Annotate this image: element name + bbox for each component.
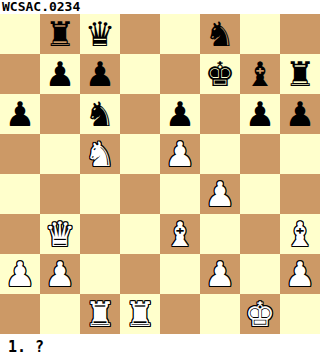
move-prompt: 1. ? — [0, 334, 320, 360]
black-pawn[interactable]: ♟ — [0, 94, 40, 134]
square-h2[interactable]: ♟ — [280, 254, 320, 294]
square-h7[interactable]: ♜ — [280, 54, 320, 94]
square-b5[interactable] — [40, 134, 80, 174]
square-a8[interactable] — [0, 14, 40, 54]
square-c7[interactable]: ♟ — [80, 54, 120, 94]
square-a5[interactable] — [0, 134, 40, 174]
square-f2[interactable]: ♟ — [200, 254, 240, 294]
square-h1[interactable] — [280, 294, 320, 334]
page-title: WCSAC.0234 — [0, 0, 320, 14]
square-g6[interactable]: ♟ — [240, 94, 280, 134]
square-d6[interactable] — [120, 94, 160, 134]
black-rook[interactable]: ♜ — [280, 54, 320, 94]
square-e3[interactable]: ♝ — [160, 214, 200, 254]
square-b7[interactable]: ♟ — [40, 54, 80, 94]
black-queen[interactable]: ♛ — [80, 14, 120, 54]
square-a1[interactable] — [0, 294, 40, 334]
white-knight[interactable]: ♞ — [80, 134, 120, 174]
square-b4[interactable] — [40, 174, 80, 214]
white-pawn[interactable]: ♟ — [200, 254, 240, 294]
square-d3[interactable] — [120, 214, 160, 254]
square-a4[interactable] — [0, 174, 40, 214]
square-f4[interactable]: ♟ — [200, 174, 240, 214]
white-bishop[interactable]: ♝ — [160, 214, 200, 254]
square-h8[interactable] — [280, 14, 320, 54]
square-c4[interactable] — [80, 174, 120, 214]
square-d2[interactable] — [120, 254, 160, 294]
white-king[interactable]: ♚ — [240, 294, 280, 334]
square-c5[interactable]: ♞ — [80, 134, 120, 174]
black-king[interactable]: ♚ — [200, 54, 240, 94]
square-b2[interactable]: ♟ — [40, 254, 80, 294]
white-pawn[interactable]: ♟ — [0, 254, 40, 294]
square-a3[interactable] — [0, 214, 40, 254]
square-d4[interactable] — [120, 174, 160, 214]
square-e7[interactable] — [160, 54, 200, 94]
white-rook[interactable]: ♜ — [120, 294, 160, 334]
white-pawn[interactable]: ♟ — [200, 174, 240, 214]
square-f5[interactable] — [200, 134, 240, 174]
square-b8[interactable]: ♜ — [40, 14, 80, 54]
square-e6[interactable]: ♟ — [160, 94, 200, 134]
square-f6[interactable] — [200, 94, 240, 134]
square-h5[interactable] — [280, 134, 320, 174]
square-b6[interactable] — [40, 94, 80, 134]
white-bishop[interactable]: ♝ — [280, 214, 320, 254]
square-g3[interactable] — [240, 214, 280, 254]
square-h3[interactable]: ♝ — [280, 214, 320, 254]
square-b1[interactable] — [40, 294, 80, 334]
square-g1[interactable]: ♚ — [240, 294, 280, 334]
square-a2[interactable]: ♟ — [0, 254, 40, 294]
black-pawn[interactable]: ♟ — [80, 54, 120, 94]
white-queen[interactable]: ♛ — [40, 214, 80, 254]
square-b3[interactable]: ♛ — [40, 214, 80, 254]
white-rook[interactable]: ♜ — [80, 294, 120, 334]
black-rook[interactable]: ♜ — [40, 14, 80, 54]
square-e1[interactable] — [160, 294, 200, 334]
square-d5[interactable] — [120, 134, 160, 174]
square-g4[interactable] — [240, 174, 280, 214]
square-f8[interactable]: ♞ — [200, 14, 240, 54]
square-c8[interactable]: ♛ — [80, 14, 120, 54]
white-pawn[interactable]: ♟ — [160, 134, 200, 174]
square-e2[interactable] — [160, 254, 200, 294]
black-pawn[interactable]: ♟ — [240, 94, 280, 134]
white-pawn[interactable]: ♟ — [280, 254, 320, 294]
square-c6[interactable]: ♞ — [80, 94, 120, 134]
square-g2[interactable] — [240, 254, 280, 294]
square-g8[interactable] — [240, 14, 280, 54]
square-c2[interactable] — [80, 254, 120, 294]
square-e4[interactable] — [160, 174, 200, 214]
square-d1[interactable]: ♜ — [120, 294, 160, 334]
square-e5[interactable]: ♟ — [160, 134, 200, 174]
square-f1[interactable] — [200, 294, 240, 334]
square-f7[interactable]: ♚ — [200, 54, 240, 94]
square-h4[interactable] — [280, 174, 320, 214]
black-knight[interactable]: ♞ — [80, 94, 120, 134]
square-a7[interactable] — [0, 54, 40, 94]
black-pawn[interactable]: ♟ — [160, 94, 200, 134]
square-d7[interactable] — [120, 54, 160, 94]
square-f3[interactable] — [200, 214, 240, 254]
black-pawn[interactable]: ♟ — [40, 54, 80, 94]
chess-board: ♜♛♞♟♟♚♝♜♟♞♟♟♟♞♟♟♛♝♝♟♟♟♟♜♜♚ — [0, 14, 320, 334]
square-h6[interactable]: ♟ — [280, 94, 320, 134]
square-a6[interactable]: ♟ — [0, 94, 40, 134]
square-d8[interactable] — [120, 14, 160, 54]
white-pawn[interactable]: ♟ — [40, 254, 80, 294]
black-bishop[interactable]: ♝ — [240, 54, 280, 94]
black-knight[interactable]: ♞ — [200, 14, 240, 54]
square-c3[interactable] — [80, 214, 120, 254]
square-c1[interactable]: ♜ — [80, 294, 120, 334]
square-g7[interactable]: ♝ — [240, 54, 280, 94]
square-e8[interactable] — [160, 14, 200, 54]
square-g5[interactable] — [240, 134, 280, 174]
black-pawn[interactable]: ♟ — [280, 94, 320, 134]
